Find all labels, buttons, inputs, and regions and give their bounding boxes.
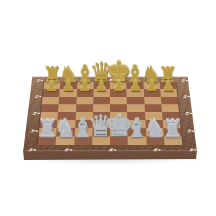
pieces-layer: ♜♞♝♛♚♝♞♜♟♟♟♟♟♟♟♟♟♟♟♟♟♟♟♟♜♞♝♛♚♝♞♜: [38, 82, 183, 145]
piece-gold-bishop-c8: ♝: [69, 61, 102, 86]
border-inlay: [110, 79, 112, 80]
piece-silver-rook-h1: ♜: [155, 117, 191, 141]
border-inlay: [30, 148, 33, 149]
piece-gold-pawn-c7: ♟: [68, 79, 101, 94]
border-inlay: [66, 148, 69, 149]
board-near-bevel: [23, 150, 197, 152]
piece-gold-pawn-h7: ♟: [152, 79, 185, 94]
piece-silver-pawn-e2: ♟: [101, 117, 136, 132]
piece-silver-knight-g1: ♞: [137, 116, 173, 141]
piece-silver-pawn-g2: ♟: [137, 117, 172, 132]
piece-gold-rook-a8: ♜: [36, 64, 69, 86]
piece-silver-pawn-c2: ♟: [66, 117, 101, 132]
piece-gold-pawn-f7: ♟: [119, 79, 152, 94]
piece-gold-king-e8: ♚: [102, 57, 135, 86]
piece-gold-pawn-b7: ♟: [52, 79, 85, 94]
chess-set-photo: ♜♞♝♛♚♝♞♜♟♟♟♟♟♟♟♟♟♟♟♟♟♟♟♟♜♞♝♛♚♝♞♜: [0, 0, 216, 216]
border-inlay: [184, 95, 187, 96]
border-inlay: [150, 79, 152, 80]
border-inlay: [190, 148, 193, 149]
piece-silver-queen-d1: ♛: [83, 112, 119, 141]
piece-gold-knight-g8: ♞: [135, 63, 168, 86]
piece-gold-bishop-f8: ♝: [119, 61, 152, 86]
piece-gold-pawn-g7: ♟: [135, 79, 168, 94]
border-inlay: [188, 130, 191, 131]
border-inlay: [70, 79, 72, 80]
border-inlay: [182, 79, 184, 80]
border-inlay: [110, 148, 113, 149]
piece-silver-pawn-f2: ♟: [119, 117, 154, 132]
piece-silver-knight-b1: ♞: [47, 116, 83, 141]
piece-gold-knight-b8: ♞: [52, 63, 85, 86]
border-inlay: [186, 112, 189, 113]
piece-gold-queen-d8: ♛: [85, 59, 118, 86]
piece-gold-pawn-d7: ♟: [85, 79, 118, 94]
piece-silver-bishop-c1: ♝: [65, 114, 101, 141]
piece-silver-pawn-b2: ♟: [48, 117, 83, 132]
border-inlay: [34, 112, 37, 113]
piece-silver-pawn-d2: ♟: [84, 117, 119, 132]
piece-gold-pawn-a7: ♟: [35, 79, 68, 94]
chess-board: ♜♞♝♛♚♝♞♜♟♟♟♟♟♟♟♟♟♟♟♟♟♟♟♟♜♞♝♛♚♝♞♜: [23, 77, 197, 152]
border-inlay: [154, 148, 157, 149]
piece-silver-pawn-a2: ♟: [30, 117, 65, 132]
piece-silver-king-e1: ♚: [101, 110, 137, 141]
border-inlay: [36, 95, 39, 96]
piece-gold-rook-h8: ♜: [152, 64, 185, 86]
piece-gold-pawn-e7: ♟: [102, 79, 135, 94]
border-inlay: [38, 79, 40, 80]
board-far-bevel: [32, 77, 187, 78]
piece-silver-bishop-f1: ♝: [119, 114, 155, 141]
border-inlay: [32, 130, 35, 131]
piece-silver-pawn-h2: ♟: [155, 117, 190, 132]
